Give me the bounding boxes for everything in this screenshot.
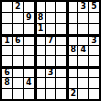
- cell-r7c3-empty[interactable]: [24, 67, 34, 77]
- cell-r1c9-given: 5: [89, 2, 99, 12]
- cell-r7c4-empty[interactable]: [35, 67, 45, 77]
- cell-r2c4-given: 8: [35, 13, 45, 23]
- sudoku-board: 23598116738463842: [0, 0, 101, 101]
- cell-r2c6-empty[interactable]: [56, 13, 66, 23]
- cell-r7c1-given: 6: [2, 67, 12, 77]
- cell-r8c5-empty[interactable]: [46, 78, 56, 88]
- cell-r5c4-empty[interactable]: [35, 46, 45, 56]
- cell-r6c1-empty[interactable]: [2, 56, 12, 66]
- cell-r1c7-empty[interactable]: [67, 2, 77, 12]
- cell-r7c6-empty[interactable]: [56, 67, 66, 77]
- cell-r5c3-empty[interactable]: [24, 46, 34, 56]
- cell-r7c9-empty[interactable]: [89, 67, 99, 77]
- cell-r6c2-empty[interactable]: [13, 56, 23, 66]
- cell-r8c3-given: 4: [24, 78, 34, 88]
- cell-r8c8-empty[interactable]: [78, 78, 88, 88]
- cell-r1c4-empty[interactable]: [35, 2, 45, 12]
- cell-r1c6-empty[interactable]: [56, 2, 66, 12]
- cell-r1c3-empty[interactable]: [24, 2, 34, 12]
- cell-r4c1-given: 1: [2, 35, 12, 45]
- cell-r9c1-empty[interactable]: [2, 89, 12, 99]
- cell-r4c3-empty[interactable]: [24, 35, 34, 45]
- cell-r7c2-empty[interactable]: [13, 67, 23, 77]
- cell-r4c6-empty[interactable]: [56, 35, 66, 45]
- cell-r5c8-given: 4: [78, 46, 88, 56]
- cell-r2c5-empty[interactable]: [46, 13, 56, 23]
- cell-r2c7-empty[interactable]: [67, 13, 77, 23]
- cell-r8c9-empty[interactable]: [89, 78, 99, 88]
- cell-r3c9-empty[interactable]: [89, 24, 99, 34]
- cell-r5c9-empty[interactable]: [89, 46, 99, 56]
- cell-r6c4-empty[interactable]: [35, 56, 45, 66]
- cell-r9c4-empty[interactable]: [35, 89, 45, 99]
- cell-r9c7-given: 2: [67, 89, 77, 99]
- cell-r3c1-empty[interactable]: [2, 24, 12, 34]
- cell-r2c3-given: 9: [24, 13, 34, 23]
- cell-r7c5-given: 3: [46, 67, 56, 77]
- cell-r5c7-given: 8: [67, 46, 77, 56]
- cell-r6c8-empty[interactable]: [78, 56, 88, 66]
- cell-r4c5-given: 7: [46, 35, 56, 45]
- cell-r1c2-given: 2: [13, 2, 23, 12]
- cell-r3c6-empty[interactable]: [56, 24, 66, 34]
- cell-r9c3-empty[interactable]: [24, 89, 34, 99]
- cell-r5c5-empty[interactable]: [46, 46, 56, 56]
- cell-r9c5-empty[interactable]: [46, 89, 56, 99]
- cell-r2c9-empty[interactable]: [89, 13, 99, 23]
- cell-r7c8-empty[interactable]: [78, 67, 88, 77]
- cell-r4c8-empty[interactable]: [78, 35, 88, 45]
- cell-r4c4-empty[interactable]: [35, 35, 45, 45]
- cell-r2c2-empty[interactable]: [13, 13, 23, 23]
- cell-r2c8-empty[interactable]: [78, 13, 88, 23]
- cell-r3c7-empty[interactable]: [67, 24, 77, 34]
- cell-r1c8-given: 3: [78, 2, 88, 12]
- cell-r2c1-empty[interactable]: [2, 13, 12, 23]
- cell-r9c6-empty[interactable]: [56, 89, 66, 99]
- cell-r1c1-empty[interactable]: [2, 2, 12, 12]
- cell-r3c3-empty[interactable]: [24, 24, 34, 34]
- cell-r4c9-given: 3: [89, 35, 99, 45]
- cell-r4c7-empty[interactable]: [67, 35, 77, 45]
- cell-r8c2-empty[interactable]: [13, 78, 23, 88]
- cell-r8c4-empty[interactable]: [35, 78, 45, 88]
- cell-r5c6-empty[interactable]: [56, 46, 66, 56]
- cell-r6c9-empty[interactable]: [89, 56, 99, 66]
- cell-r5c1-empty[interactable]: [2, 46, 12, 56]
- cell-r8c7-empty[interactable]: [67, 78, 77, 88]
- cell-r8c1-given: 8: [2, 78, 12, 88]
- cell-r6c7-empty[interactable]: [67, 56, 77, 66]
- cell-r3c8-empty[interactable]: [78, 24, 88, 34]
- cell-r1c5-empty[interactable]: [46, 2, 56, 12]
- cell-r9c2-empty[interactable]: [13, 89, 23, 99]
- cell-r7c7-empty[interactable]: [67, 67, 77, 77]
- cell-r3c4-given: 1: [35, 24, 45, 34]
- cell-r3c5-empty[interactable]: [46, 24, 56, 34]
- cell-r3c2-empty[interactable]: [13, 24, 23, 34]
- cell-r6c3-empty[interactable]: [24, 56, 34, 66]
- cell-r6c5-empty[interactable]: [46, 56, 56, 66]
- cell-r4c2-given: 6: [13, 35, 23, 45]
- cell-r5c2-empty[interactable]: [13, 46, 23, 56]
- cell-r9c8-empty[interactable]: [78, 89, 88, 99]
- cell-r8c6-empty[interactable]: [56, 78, 66, 88]
- cell-r9c9-empty[interactable]: [89, 89, 99, 99]
- cell-r6c6-empty[interactable]: [56, 56, 66, 66]
